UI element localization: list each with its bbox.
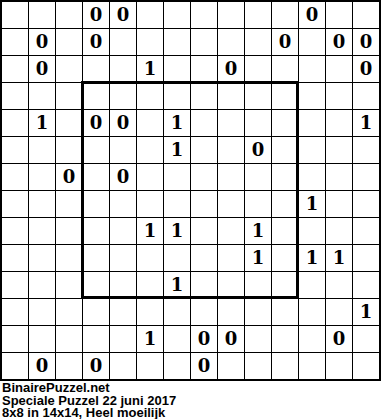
grid-cell-empty[interactable]: [218, 272, 244, 298]
grid-cell-empty[interactable]: [83, 137, 109, 163]
grid-cell-given: 0: [218, 56, 244, 82]
grid-cell-empty[interactable]: [353, 326, 379, 352]
grid-cell-empty[interactable]: [245, 191, 271, 217]
grid-cell-empty[interactable]: [299, 164, 325, 190]
grid-cell-empty[interactable]: [110, 218, 136, 244]
grid-cell-given: 1: [299, 245, 325, 271]
grid-cell-empty[interactable]: [56, 56, 82, 82]
grid-cell-empty[interactable]: [56, 353, 82, 379]
grid-cell-empty[interactable]: [299, 326, 325, 352]
grid-cell-empty[interactable]: [272, 110, 298, 136]
grid-cell-empty[interactable]: [2, 110, 28, 136]
grid-cell-empty[interactable]: [83, 326, 109, 352]
grid-cell-given: 0: [110, 164, 136, 190]
grid-cell-empty[interactable]: [164, 29, 190, 55]
grid-cell-empty[interactable]: [137, 83, 163, 109]
grid-cell-empty[interactable]: [2, 353, 28, 379]
grid-cell-empty[interactable]: [2, 272, 28, 298]
grid-cell-given: 1: [137, 326, 163, 352]
grid-cell-empty[interactable]: [110, 83, 136, 109]
grid-cell-empty[interactable]: [326, 137, 352, 163]
grid-cell-empty[interactable]: [191, 2, 217, 28]
grid-cell-empty[interactable]: [137, 299, 163, 325]
grid-cell-empty[interactable]: [272, 164, 298, 190]
grid-cell-empty[interactable]: [218, 110, 244, 136]
grid-cell-empty[interactable]: [56, 326, 82, 352]
grid-cell-empty[interactable]: [218, 218, 244, 244]
grid-cell-given: 0: [218, 326, 244, 352]
grid-cell-empty[interactable]: [56, 2, 82, 28]
grid-cell-empty[interactable]: [164, 56, 190, 82]
grid-cell-empty[interactable]: [191, 29, 217, 55]
grid-cell-given: 1: [245, 218, 271, 244]
grid-cell-empty[interactable]: [2, 164, 28, 190]
grid-cell-empty[interactable]: [191, 272, 217, 298]
grid-cell-empty[interactable]: [56, 299, 82, 325]
grid-cell-given: 0: [353, 29, 379, 55]
grid-cell-given: 0: [245, 137, 271, 163]
grid-cell-empty[interactable]: [245, 110, 271, 136]
grid-cell-empty[interactable]: [83, 56, 109, 82]
grid-cell-empty[interactable]: [326, 299, 352, 325]
grid-cell-empty[interactable]: [83, 299, 109, 325]
grid-cell-empty[interactable]: [2, 326, 28, 352]
grid-cell-empty[interactable]: [110, 272, 136, 298]
grid-cell-empty[interactable]: [272, 245, 298, 271]
grid-cell-empty[interactable]: [191, 245, 217, 271]
grid-cell-empty[interactable]: [245, 29, 271, 55]
grid-cell-empty[interactable]: [326, 56, 352, 82]
grid-cell-given: 1: [164, 110, 190, 136]
grid-cell-empty[interactable]: [164, 299, 190, 325]
grid-cell-empty[interactable]: [56, 245, 82, 271]
grid-cell-given: 0: [83, 2, 109, 28]
grid-cell-empty[interactable]: [29, 164, 55, 190]
grid-cell-empty[interactable]: [272, 2, 298, 28]
grid-cell-given: 1: [245, 245, 271, 271]
grid-cell-given: 0: [353, 56, 379, 82]
grid-cell-empty[interactable]: [137, 272, 163, 298]
grid-cell-given: 0: [29, 29, 55, 55]
grid-cell-empty[interactable]: [2, 191, 28, 217]
grid-cell-empty[interactable]: [110, 245, 136, 271]
grid-cell-empty[interactable]: [299, 272, 325, 298]
grid-cell-empty[interactable]: [164, 191, 190, 217]
grid-cell-empty[interactable]: [326, 110, 352, 136]
grid-cell-empty[interactable]: [56, 137, 82, 163]
grid-cell-empty[interactable]: [29, 83, 55, 109]
grid-cell-empty[interactable]: [245, 272, 271, 298]
grid-cell-empty[interactable]: [191, 110, 217, 136]
grid-cell-empty[interactable]: [191, 56, 217, 82]
grid-cell-given: 0: [83, 29, 109, 55]
grid-cell-empty[interactable]: [29, 272, 55, 298]
grid-cell-empty[interactable]: [2, 56, 28, 82]
grid-cell-given: 1: [299, 191, 325, 217]
grid-cell-empty[interactable]: [164, 245, 190, 271]
grid-cell-empty[interactable]: [299, 137, 325, 163]
grid-cell-empty[interactable]: [110, 353, 136, 379]
grid-cell-given: 1: [29, 110, 55, 136]
grid-cell-empty[interactable]: [56, 272, 82, 298]
grid-cell-empty[interactable]: [326, 164, 352, 190]
grid-cell-empty[interactable]: [137, 191, 163, 217]
grid-cell-empty[interactable]: [353, 137, 379, 163]
grid-cell-given: 0: [110, 2, 136, 28]
grid-cell-empty[interactable]: [326, 191, 352, 217]
grid-cell-empty[interactable]: [110, 326, 136, 352]
grid-cell-empty[interactable]: [353, 83, 379, 109]
grid-cell-empty[interactable]: [272, 326, 298, 352]
grid-cell-empty[interactable]: [29, 218, 55, 244]
grid-cell-empty[interactable]: [353, 218, 379, 244]
grid-cell-given: 1: [353, 110, 379, 136]
grid-cell-empty[interactable]: [218, 353, 244, 379]
grid-cell-empty[interactable]: [326, 353, 352, 379]
grid-cell-empty[interactable]: [353, 2, 379, 28]
grid-cell-empty[interactable]: [218, 245, 244, 271]
grid-cell-given: 0: [272, 29, 298, 55]
grid-cell-empty[interactable]: [2, 2, 28, 28]
puzzle-page: 0000000001001001110001111111111000000 Bi…: [0, 0, 381, 419]
grid-cell-empty[interactable]: [137, 2, 163, 28]
grid-cell-given: 0: [326, 326, 352, 352]
grid-cell-given: 1: [137, 218, 163, 244]
grid-cell-empty[interactable]: [245, 56, 271, 82]
grid-cell-empty[interactable]: [83, 164, 109, 190]
grid-cell-empty[interactable]: [29, 326, 55, 352]
grid-cell-given: 1: [164, 272, 190, 298]
puzzle-subtitle: 8x8 in 14x14, Heel moeilijk: [2, 407, 381, 419]
grid-cell-empty[interactable]: [299, 110, 325, 136]
grid-cell-empty[interactable]: [218, 2, 244, 28]
grid-cell-given: 0: [29, 353, 55, 379]
grid-cell-empty[interactable]: [218, 137, 244, 163]
grid-cell-empty[interactable]: [164, 2, 190, 28]
grid-cell-given: 1: [353, 299, 379, 325]
grid-cell-empty[interactable]: [272, 191, 298, 217]
grid-cell-empty[interactable]: [29, 2, 55, 28]
grid-cell-empty[interactable]: [164, 326, 190, 352]
grid-cell-given: 1: [164, 137, 190, 163]
grid-cell-empty[interactable]: [326, 2, 352, 28]
grid-cell-given: 0: [56, 164, 82, 190]
grid-cell-empty[interactable]: [29, 191, 55, 217]
grid-cell-empty[interactable]: [2, 245, 28, 271]
grid-cell-empty[interactable]: [245, 326, 271, 352]
grid-cell-empty[interactable]: [218, 164, 244, 190]
grid-cell-empty[interactable]: [110, 299, 136, 325]
grid-cell-empty[interactable]: [83, 272, 109, 298]
grid-cell-empty[interactable]: [191, 164, 217, 190]
grid-cell-empty[interactable]: [218, 299, 244, 325]
grid-cell-empty[interactable]: [272, 353, 298, 379]
grid-cell-empty[interactable]: [2, 29, 28, 55]
grid-cell-empty[interactable]: [272, 137, 298, 163]
grid-cell-empty[interactable]: [83, 218, 109, 244]
grid-cell-empty[interactable]: [191, 83, 217, 109]
grid-cell-empty[interactable]: [272, 83, 298, 109]
grid-cell-empty[interactable]: [245, 83, 271, 109]
grid-cell-empty[interactable]: [353, 272, 379, 298]
grid-cell-empty[interactable]: [110, 137, 136, 163]
grid-cell-empty[interactable]: [245, 2, 271, 28]
grid-cell-empty[interactable]: [2, 137, 28, 163]
grid-cell-given: 0: [191, 353, 217, 379]
grid-cell-empty[interactable]: [299, 83, 325, 109]
caption: BinairePuzzel.net Speciale Puzzel 22 jun…: [0, 381, 381, 419]
grid-cell-empty[interactable]: [137, 110, 163, 136]
grid-cell-empty[interactable]: [56, 29, 82, 55]
grid-cell-empty[interactable]: [56, 191, 82, 217]
grid-cell-empty[interactable]: [83, 191, 109, 217]
grid-cell-empty[interactable]: [218, 191, 244, 217]
grid-cell-empty[interactable]: [299, 29, 325, 55]
grid-cell-empty[interactable]: [326, 272, 352, 298]
grid-cell-empty[interactable]: [299, 353, 325, 379]
grid-cell-empty[interactable]: [353, 191, 379, 217]
grid-cell-given: 0: [110, 110, 136, 136]
grid-cell-empty[interactable]: [353, 245, 379, 271]
grid-cell-given: 0: [29, 56, 55, 82]
grid-cell-empty[interactable]: [2, 218, 28, 244]
grid-cell-empty[interactable]: [191, 299, 217, 325]
grid-cell-given: 1: [137, 56, 163, 82]
grid-cell-empty[interactable]: [137, 137, 163, 163]
grid-cell-empty[interactable]: [218, 29, 244, 55]
grid-cell-empty[interactable]: [245, 299, 271, 325]
grid-cell-empty[interactable]: [29, 137, 55, 163]
grid-cell-empty[interactable]: [299, 56, 325, 82]
grid-cell-empty[interactable]: [110, 191, 136, 217]
grid-cell-empty[interactable]: [191, 191, 217, 217]
grid-cell-empty[interactable]: [56, 83, 82, 109]
grid-cell-given: 0: [83, 353, 109, 379]
grid-cell-empty[interactable]: [218, 83, 244, 109]
grid-cell-empty[interactable]: [191, 218, 217, 244]
grid-cell-empty[interactable]: [191, 137, 217, 163]
grid-cell-empty[interactable]: [137, 245, 163, 271]
grid-cell-empty[interactable]: [56, 110, 82, 136]
grid-cell-empty[interactable]: [353, 164, 379, 190]
grid-cell-empty[interactable]: [83, 245, 109, 271]
grid-cell-empty[interactable]: [326, 83, 352, 109]
grid-cell-given: 1: [326, 245, 352, 271]
grid-cell-empty[interactable]: [29, 299, 55, 325]
grid-cell-empty[interactable]: [2, 83, 28, 109]
grid-cell-empty[interactable]: [137, 353, 163, 379]
grid-cell-given: 0: [299, 2, 325, 28]
grid-cell-empty[interactable]: [245, 353, 271, 379]
grid-cell-empty[interactable]: [164, 83, 190, 109]
grid-cell-given: 0: [191, 326, 217, 352]
binary-puzzle-board: 0000000001001001110001111111111000000: [0, 0, 381, 381]
grid-cell-empty[interactable]: [110, 56, 136, 82]
grid-cell-empty[interactable]: [272, 218, 298, 244]
grid-cell-given: 0: [326, 29, 352, 55]
grid-cell-empty[interactable]: [2, 299, 28, 325]
grid-cell-empty[interactable]: [137, 29, 163, 55]
grid-cell-empty[interactable]: [299, 218, 325, 244]
grid-cell-given: 0: [83, 110, 109, 136]
grid-cell-empty[interactable]: [137, 164, 163, 190]
grid-cell-empty[interactable]: [56, 218, 82, 244]
grid-cell-empty[interactable]: [299, 299, 325, 325]
grid-cell-empty[interactable]: [245, 164, 271, 190]
grid-cell-empty[interactable]: [353, 353, 379, 379]
grid-cell-empty[interactable]: [110, 29, 136, 55]
grid-cell-empty[interactable]: [29, 245, 55, 271]
grid-cell-empty[interactable]: [272, 56, 298, 82]
grid-cell-empty[interactable]: [272, 272, 298, 298]
grid-cell-empty[interactable]: [164, 353, 190, 379]
grid-cell-empty[interactable]: [83, 83, 109, 109]
board-wrapper: 0000000001001001110001111111111000000: [0, 0, 381, 381]
grid-cell-empty[interactable]: [272, 299, 298, 325]
grid-cell-empty[interactable]: [164, 164, 190, 190]
grid-cell-empty[interactable]: [326, 218, 352, 244]
grid-cell-given: 1: [164, 218, 190, 244]
